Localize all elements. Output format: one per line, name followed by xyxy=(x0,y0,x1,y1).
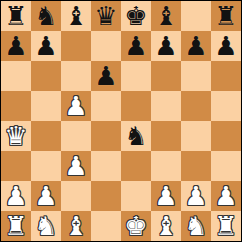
white-rook[interactable]: ♜ xyxy=(4,211,27,241)
white-pawn[interactable]: ♟ xyxy=(154,181,177,211)
white-pawn[interactable]: ♟ xyxy=(64,151,87,181)
square-e2[interactable] xyxy=(121,181,151,211)
white-bishop[interactable]: ♝ xyxy=(154,211,177,241)
square-h4[interactable] xyxy=(211,121,241,151)
black-rook[interactable]: ♜ xyxy=(214,1,237,31)
square-e5[interactable] xyxy=(121,91,151,121)
square-d4[interactable] xyxy=(91,121,121,151)
square-g8[interactable] xyxy=(181,1,211,31)
white-bishop[interactable]: ♝ xyxy=(64,211,87,241)
square-c2[interactable] xyxy=(61,181,91,211)
black-pawn[interactable]: ♟ xyxy=(214,31,237,61)
white-knight[interactable]: ♞ xyxy=(34,211,57,241)
square-a5[interactable] xyxy=(1,91,31,121)
square-h2[interactable]: ♟ xyxy=(211,181,241,211)
square-d5[interactable] xyxy=(91,91,121,121)
square-g7[interactable]: ♟ xyxy=(181,31,211,61)
square-g1[interactable]: ♞ xyxy=(181,211,211,241)
white-knight[interactable]: ♞ xyxy=(184,211,207,241)
square-h8[interactable]: ♜ xyxy=(211,1,241,31)
square-c7[interactable] xyxy=(61,31,91,61)
square-d1[interactable] xyxy=(91,211,121,241)
square-e4[interactable]: ♞ xyxy=(121,121,151,151)
square-h1[interactable]: ♜ xyxy=(211,211,241,241)
square-c4[interactable] xyxy=(61,121,91,151)
white-pawn[interactable]: ♟ xyxy=(214,181,237,211)
square-g3[interactable] xyxy=(181,151,211,181)
square-h6[interactable] xyxy=(211,61,241,91)
square-f2[interactable]: ♟ xyxy=(151,181,181,211)
square-b5[interactable] xyxy=(31,91,61,121)
square-a2[interactable]: ♟ xyxy=(1,181,31,211)
chess-board-wrapper: ♜♞♝♛♚♝♜♟♟♟♟♟♟♟♟♛♞♟♟♟♟♟♟♜♞♝♚♝♞♜ xyxy=(0,0,242,242)
white-pawn[interactable]: ♟ xyxy=(4,181,27,211)
black-bishop[interactable]: ♝ xyxy=(64,1,87,31)
square-f7[interactable]: ♟ xyxy=(151,31,181,61)
square-c1[interactable]: ♝ xyxy=(61,211,91,241)
square-d7[interactable] xyxy=(91,31,121,61)
square-e6[interactable] xyxy=(121,61,151,91)
square-e7[interactable]: ♟ xyxy=(121,31,151,61)
black-pawn[interactable]: ♟ xyxy=(184,31,207,61)
square-g6[interactable] xyxy=(181,61,211,91)
square-h5[interactable] xyxy=(211,91,241,121)
square-f3[interactable] xyxy=(151,151,181,181)
white-queen[interactable]: ♛ xyxy=(4,121,27,151)
square-f1[interactable]: ♝ xyxy=(151,211,181,241)
square-d3[interactable] xyxy=(91,151,121,181)
square-g4[interactable] xyxy=(181,121,211,151)
square-b8[interactable]: ♞ xyxy=(31,1,61,31)
white-rook[interactable]: ♜ xyxy=(214,211,237,241)
square-a1[interactable]: ♜ xyxy=(1,211,31,241)
square-b1[interactable]: ♞ xyxy=(31,211,61,241)
square-h3[interactable] xyxy=(211,151,241,181)
square-a6[interactable] xyxy=(1,61,31,91)
white-pawn[interactable]: ♟ xyxy=(64,91,87,121)
square-b3[interactable] xyxy=(31,151,61,181)
square-c8[interactable]: ♝ xyxy=(61,1,91,31)
square-c6[interactable] xyxy=(61,61,91,91)
black-pawn[interactable]: ♟ xyxy=(124,31,147,61)
square-f6[interactable] xyxy=(151,61,181,91)
black-pawn[interactable]: ♟ xyxy=(4,31,27,61)
black-pawn[interactable]: ♟ xyxy=(34,31,57,61)
black-rook[interactable]: ♜ xyxy=(4,1,27,31)
square-e8[interactable]: ♚ xyxy=(121,1,151,31)
square-f8[interactable]: ♝ xyxy=(151,1,181,31)
square-b7[interactable]: ♟ xyxy=(31,31,61,61)
black-bishop[interactable]: ♝ xyxy=(154,1,177,31)
square-f4[interactable] xyxy=(151,121,181,151)
square-g2[interactable]: ♟ xyxy=(181,181,211,211)
square-a7[interactable]: ♟ xyxy=(1,31,31,61)
black-knight[interactable]: ♞ xyxy=(124,121,147,151)
square-a4[interactable]: ♛ xyxy=(1,121,31,151)
square-a3[interactable] xyxy=(1,151,31,181)
square-c5[interactable]: ♟ xyxy=(61,91,91,121)
black-king[interactable]: ♚ xyxy=(124,1,147,31)
square-b6[interactable] xyxy=(31,61,61,91)
square-e3[interactable] xyxy=(121,151,151,181)
black-queen[interactable]: ♛ xyxy=(94,1,117,31)
square-f5[interactable] xyxy=(151,91,181,121)
square-c3[interactable]: ♟ xyxy=(61,151,91,181)
square-b4[interactable] xyxy=(31,121,61,151)
black-knight[interactable]: ♞ xyxy=(34,1,57,31)
black-pawn[interactable]: ♟ xyxy=(154,31,177,61)
square-d2[interactable] xyxy=(91,181,121,211)
white-pawn[interactable]: ♟ xyxy=(184,181,207,211)
chess-board: ♜♞♝♛♚♝♜♟♟♟♟♟♟♟♟♛♞♟♟♟♟♟♟♜♞♝♚♝♞♜ xyxy=(0,0,242,242)
square-e1[interactable]: ♚ xyxy=(121,211,151,241)
square-b2[interactable]: ♟ xyxy=(31,181,61,211)
square-a8[interactable]: ♜ xyxy=(1,1,31,31)
square-g5[interactable] xyxy=(181,91,211,121)
white-pawn[interactable]: ♟ xyxy=(34,181,57,211)
square-d8[interactable]: ♛ xyxy=(91,1,121,31)
white-king[interactable]: ♚ xyxy=(124,211,147,241)
square-h7[interactable]: ♟ xyxy=(211,31,241,61)
square-d6[interactable]: ♟ xyxy=(91,61,121,91)
black-pawn[interactable]: ♟ xyxy=(94,61,117,91)
